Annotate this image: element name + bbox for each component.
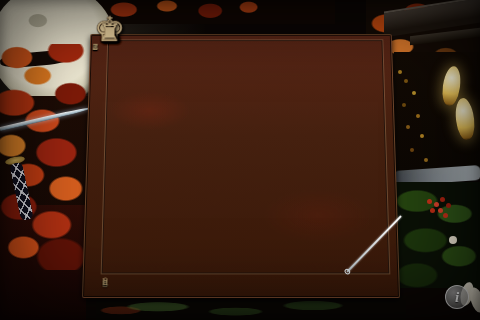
file-label: h: [102, 275, 108, 287]
red-berries: [427, 199, 432, 204]
golden-light-speckles: [398, 70, 402, 74]
board-squares: ♜♚♝♞♜♟♟♟♟♟♟♟♟♟♝♟♞♚♟♟♟♟♜: [103, 41, 389, 272]
pine-branches: [396, 182, 480, 288]
top-foliage-strip: [95, 0, 335, 24]
bottom-pine-strip: [96, 296, 406, 320]
file-labels: abcdefgh: [102, 275, 389, 295]
white-flowers: [449, 236, 457, 244]
info-button-label: i: [455, 289, 459, 306]
chess-board: 87654321 ♜♚♝♞♜♟♟♟♟♟♟♟♟♟♝♟♞♚♟♟♟♟♜ abcdefg…: [82, 34, 400, 298]
info-button[interactable]: i: [445, 285, 469, 309]
chess-app-screen: 87654321 ♜♚♝♞♜♟♟♟♟♟♟♟♟♟♝♟♞♚♟♟♟♟♜ abcdefg…: [0, 0, 480, 320]
white-rook[interactable]: ♜: [97, 21, 121, 43]
